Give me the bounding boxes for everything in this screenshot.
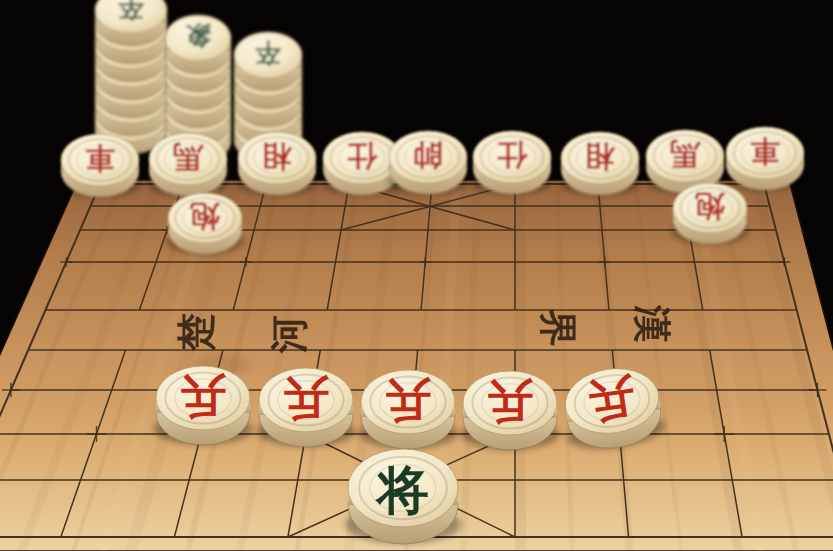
svg-text:卒: 卒 xyxy=(118,0,144,23)
svg-text:将: 将 xyxy=(375,459,429,520)
piece-red-elephant-c[interactable]: 相 xyxy=(236,132,318,195)
svg-text:馬: 馬 xyxy=(670,137,701,172)
piece-red-horse-b[interactable]: 馬 xyxy=(147,133,229,196)
river-label-jie: 界 xyxy=(536,309,581,347)
svg-text:車: 車 xyxy=(85,141,115,176)
piece-red-cannon-left[interactable]: 炮 xyxy=(166,193,244,254)
svg-text:卒: 卒 xyxy=(255,38,281,68)
svg-text:炮: 炮 xyxy=(189,199,221,234)
piece-red-chariot-a[interactable]: 車 xyxy=(59,134,141,197)
river-label-he: 河 xyxy=(266,315,311,354)
captured-stack-1[interactable]: 卒 xyxy=(95,0,167,154)
piece-red-soldier-2[interactable]: 兵 xyxy=(257,368,356,447)
piece-black-general[interactable]: 将 xyxy=(345,449,461,544)
svg-text:仕: 仕 xyxy=(497,138,529,173)
svg-text:仕: 仕 xyxy=(347,139,379,174)
svg-text:馬: 馬 xyxy=(173,140,204,175)
svg-text:相: 相 xyxy=(585,139,616,174)
svg-text:象: 象 xyxy=(185,21,212,51)
svg-text:炮: 炮 xyxy=(694,189,726,224)
svg-text:兵: 兵 xyxy=(585,369,639,429)
piece-red-cannon-right[interactable]: 炮 xyxy=(671,183,749,244)
svg-text:兵: 兵 xyxy=(385,374,432,428)
piece-red-soldier-3[interactable]: 兵 xyxy=(359,370,458,449)
svg-text:相: 相 xyxy=(262,139,293,174)
piece-red-advisor-f[interactable]: 仕 xyxy=(471,131,553,194)
svg-text:帥: 帥 xyxy=(413,138,443,173)
piece-red-chariot-i[interactable]: 車 xyxy=(724,127,806,190)
piece-red-general-e[interactable]: 帥 xyxy=(387,131,469,194)
xiangqi-board-svg: 楚 河 界 漢 卒象卒車馬相仕帥仕相馬車炮炮兵兵兵兵兵将 xyxy=(0,0,833,551)
river-label-han: 漢 xyxy=(630,304,675,343)
piece-red-elephant-g[interactable]: 相 xyxy=(559,132,641,195)
svg-text:兵: 兵 xyxy=(283,372,330,426)
piece-red-soldier-4[interactable]: 兵 xyxy=(461,371,560,450)
piece-red-soldier-1[interactable]: 兵 xyxy=(154,366,253,445)
svg-text:兵: 兵 xyxy=(180,370,227,424)
svg-text:兵: 兵 xyxy=(487,375,534,429)
river-label-chu: 楚 xyxy=(173,312,218,352)
svg-text:車: 車 xyxy=(750,134,780,169)
xiangqi-photo-scene: 楚 河 界 漢 卒象卒車馬相仕帥仕相馬車炮炮兵兵兵兵兵将 xyxy=(0,0,833,551)
